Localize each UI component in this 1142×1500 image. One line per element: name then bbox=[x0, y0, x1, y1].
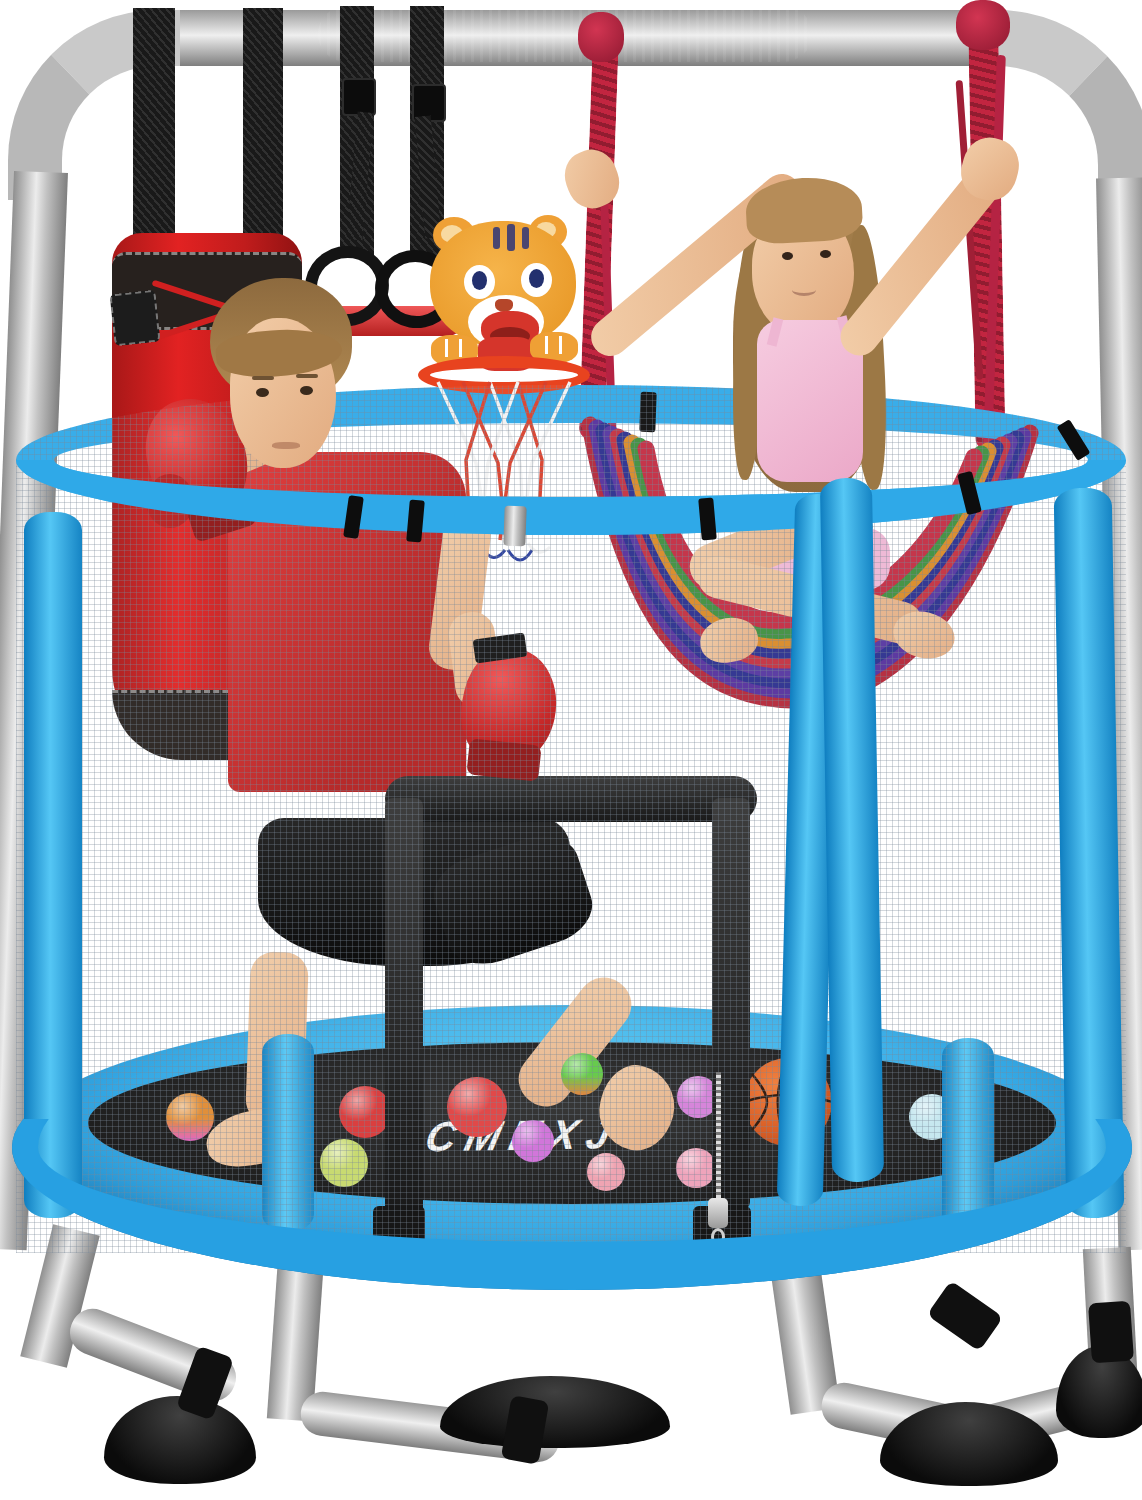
girl-eye bbox=[782, 252, 793, 260]
punching-bag-patch bbox=[109, 290, 160, 347]
hammock-rope-knot bbox=[956, 0, 1010, 50]
tiger-pupil bbox=[472, 271, 487, 290]
product-photo-scene: ZCMHXJ bbox=[0, 0, 1142, 1500]
boy-brow bbox=[252, 376, 274, 380]
suction-foot bbox=[104, 1396, 256, 1484]
tiger-pupil bbox=[529, 269, 544, 288]
boy-brow bbox=[296, 374, 318, 378]
tiger-paw-line bbox=[445, 339, 448, 357]
boy-eye bbox=[300, 386, 313, 395]
punching-bag-strap bbox=[243, 8, 283, 258]
boy-eye bbox=[256, 388, 269, 397]
net-pole-sleeve bbox=[24, 512, 82, 1218]
strap-buckle bbox=[342, 78, 376, 116]
boy-mouth bbox=[272, 442, 300, 449]
leg-clamp bbox=[927, 1280, 1004, 1351]
tiger-forehead-stripe bbox=[507, 224, 515, 251]
tiger-paw-line bbox=[459, 339, 462, 357]
girl-eye bbox=[820, 250, 831, 258]
hammock-rope-knot bbox=[578, 12, 624, 62]
tiger-forehead-stripe bbox=[522, 227, 529, 249]
ring-joint bbox=[503, 506, 526, 547]
leg-clamp bbox=[1088, 1301, 1134, 1364]
punching-bag-strap bbox=[133, 8, 175, 260]
suction-foot bbox=[440, 1376, 670, 1448]
girl-smile bbox=[792, 284, 816, 296]
tiger-forehead-stripe bbox=[493, 227, 500, 249]
foam-grip-crossbar bbox=[318, 6, 812, 62]
